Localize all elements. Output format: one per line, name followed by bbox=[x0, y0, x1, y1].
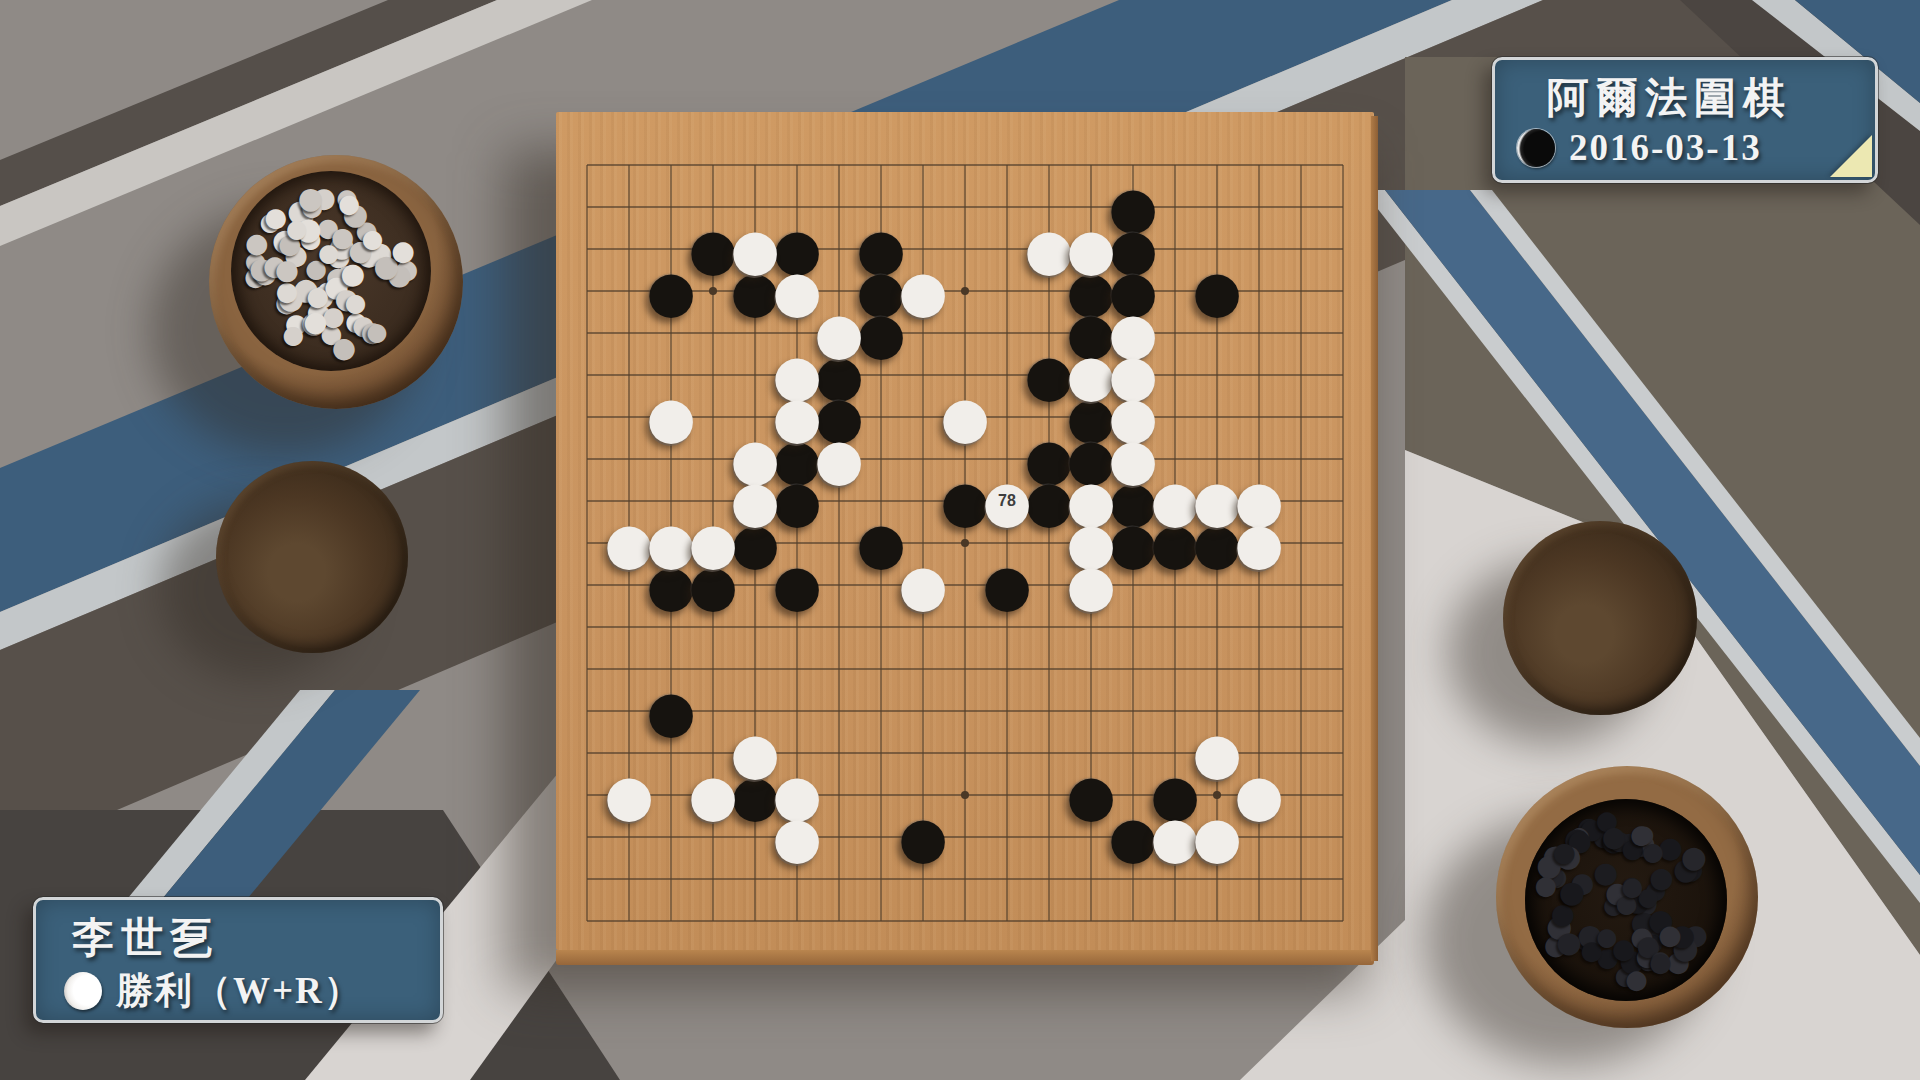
black-stone-C6: ● bbox=[650, 690, 692, 732]
black-stone-icon bbox=[1517, 129, 1555, 167]
white-stone-N9: ● bbox=[1070, 564, 1112, 606]
pebble: ● bbox=[1602, 823, 1627, 851]
pebble: ● bbox=[1630, 822, 1653, 848]
pebble: ● bbox=[1534, 873, 1557, 899]
white-stones-bowl: ●●●●●●●●●●●●●●●●●●●●●●●●●●●●●●●●●●●●●●●●… bbox=[209, 155, 463, 409]
white-stone-F16: ● bbox=[776, 270, 818, 312]
white-stone-E11: ● bbox=[734, 480, 776, 522]
white-stone-B10: ● bbox=[608, 522, 650, 564]
black-stone-F9: ● bbox=[776, 564, 818, 606]
white-stone-E5: ● bbox=[734, 732, 776, 774]
pebble: ● bbox=[391, 237, 415, 264]
pebble: ● bbox=[332, 334, 356, 362]
black-stone-N4: ● bbox=[1070, 774, 1112, 816]
pebble: ● bbox=[345, 291, 367, 316]
pebble: ● bbox=[286, 217, 308, 242]
pebble: ● bbox=[338, 191, 360, 216]
pebble: ● bbox=[303, 308, 327, 336]
pebble: ● bbox=[298, 183, 324, 213]
white-stone-icon bbox=[64, 972, 102, 1010]
black-stone-K11: ● bbox=[944, 480, 986, 522]
black-stone-J3: ● bbox=[902, 816, 944, 858]
pebble: ● bbox=[1553, 839, 1576, 866]
pebble: ● bbox=[1681, 842, 1707, 872]
pebble: ● bbox=[1625, 966, 1648, 992]
white-stone-R10: ● bbox=[1238, 522, 1280, 564]
white-stone-R4: ● bbox=[1238, 774, 1280, 816]
black-stone-C16: ● bbox=[650, 270, 692, 312]
white-stone-P3: ● bbox=[1154, 816, 1196, 858]
white-stone-Q5: ● bbox=[1196, 732, 1238, 774]
move-number-label: 78 bbox=[986, 480, 1028, 522]
title-box: 阿爾法圍棋 2016-03-13 bbox=[1492, 57, 1878, 183]
app-title: 阿爾法圍棋 bbox=[1547, 70, 1792, 126]
pebble: ● bbox=[1649, 949, 1672, 975]
black-stone-D17: ● bbox=[692, 228, 734, 270]
pebble: ● bbox=[282, 322, 304, 347]
black-stone-Q16: ● bbox=[1196, 270, 1238, 312]
white-stone-M17: ● bbox=[1028, 228, 1070, 270]
pebble: ● bbox=[1556, 928, 1582, 957]
white-stone-C10: ● bbox=[650, 522, 692, 564]
white-stone-J9: ● bbox=[902, 564, 944, 606]
white-stone-P11: ● bbox=[1154, 480, 1196, 522]
white-stone-K13: ● bbox=[944, 396, 986, 438]
go-board: ●●●●●●●●●●●●●●●●●●●●●●●●●●●●●●●●●●●●●●●●… bbox=[556, 112, 1374, 950]
pebble: ● bbox=[1621, 874, 1643, 899]
player-name: 李世乭 bbox=[72, 910, 219, 966]
pebble: ● bbox=[275, 256, 299, 284]
folded-corner bbox=[1830, 135, 1872, 177]
black-stones-bowl: ●●●●●●●●●●●●●●●●●●●●●●●●●●●●●●●●●●●●●●●●… bbox=[1496, 766, 1758, 1028]
board-front-face bbox=[556, 950, 1374, 965]
player-box: 李世乭 勝利（W+R） bbox=[33, 897, 443, 1023]
black-stone-F11: ● bbox=[776, 480, 818, 522]
black-stone-M14: ● bbox=[1028, 354, 1070, 396]
scene: { "game": "go", "title_box": { "title": … bbox=[0, 0, 1920, 1080]
pebble: ● bbox=[1658, 921, 1682, 948]
pebble: ● bbox=[366, 320, 387, 344]
pebble: ● bbox=[341, 260, 366, 289]
pebble: ● bbox=[265, 204, 288, 230]
black-stones-heap: ●●●●●●●●●●●●●●●●●●●●●●●●●●●●●●●●●●●●●●●●… bbox=[1525, 799, 1727, 1001]
white-stone-N17: ● bbox=[1070, 228, 1112, 270]
black-stone-H10: ● bbox=[860, 522, 902, 564]
white-stone-G12: ● bbox=[818, 438, 860, 480]
white-stone-Q11: ● bbox=[1196, 480, 1238, 522]
white-stones-heap: ●●●●●●●●●●●●●●●●●●●●●●●●●●●●●●●●●●●●●●●●… bbox=[231, 171, 431, 371]
bowl-lid-left bbox=[216, 461, 408, 653]
pebble: ● bbox=[1559, 877, 1586, 907]
white-stone-B4: ● bbox=[608, 774, 650, 816]
white-stone-C13: ● bbox=[650, 396, 692, 438]
black-stone-O3: ● bbox=[1112, 816, 1154, 858]
bowl-lid-right bbox=[1503, 521, 1697, 715]
result-text: 勝利（W+R） bbox=[116, 966, 363, 1016]
game-date: 2016-03-13 bbox=[1569, 126, 1762, 169]
white-stone-Q3: ● bbox=[1196, 816, 1238, 858]
white-stone-J16: ● bbox=[902, 270, 944, 312]
black-stone-O10: ● bbox=[1112, 522, 1154, 564]
white-stone-F3: ● bbox=[776, 816, 818, 858]
white-stone-N14: ● bbox=[1070, 354, 1112, 396]
black-stone-L9: ● bbox=[986, 564, 1028, 606]
black-stone-H15: ● bbox=[860, 312, 902, 354]
white-stone-O12: ● bbox=[1112, 438, 1154, 480]
white-stone-F13: ● bbox=[776, 396, 818, 438]
pebble: ● bbox=[1596, 925, 1617, 949]
black-stone-M11: ● bbox=[1028, 480, 1070, 522]
white-stone-G15: ● bbox=[818, 312, 860, 354]
pebble: ● bbox=[1593, 858, 1618, 887]
white-stone-E17: ● bbox=[734, 228, 776, 270]
board-right-face bbox=[1371, 116, 1378, 961]
white-stone-D4: ● bbox=[692, 774, 734, 816]
white-stone-D10: ● bbox=[692, 522, 734, 564]
